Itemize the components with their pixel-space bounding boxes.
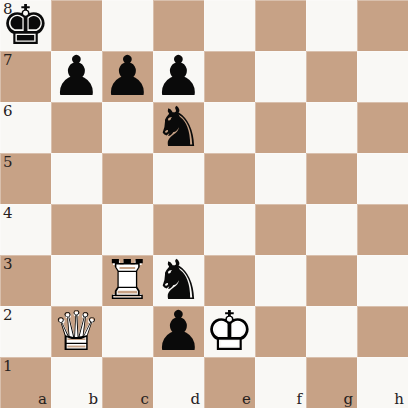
piece-black-pawn[interactable]: ♟ [51, 51, 102, 102]
square-a3[interactable]: 3 [0, 255, 51, 306]
square-g5[interactable] [306, 153, 357, 204]
square-g3[interactable] [306, 255, 357, 306]
square-d6[interactable]: ♞ [153, 102, 204, 153]
square-h2[interactable] [357, 306, 408, 357]
rank-label-2: 2 [3, 308, 13, 323]
square-f7[interactable] [255, 51, 306, 102]
square-b2[interactable]: ♛♕ [51, 306, 102, 357]
square-c6[interactable] [102, 102, 153, 153]
square-f8[interactable] [255, 0, 306, 51]
square-e4[interactable] [204, 204, 255, 255]
square-b1[interactable]: b [51, 357, 102, 408]
square-e8[interactable] [204, 0, 255, 51]
piece-white-outline-layer: ♖ [102, 255, 153, 306]
file-label-b: b [88, 392, 98, 407]
square-e7[interactable] [204, 51, 255, 102]
piece-white-rook[interactable]: ♜♖ [102, 255, 153, 306]
square-a8[interactable]: 8♚ [0, 0, 51, 51]
chess-board: 8♚7♟♟♟6♞543♜♖♞2♛♕♟♚♔1abcdefgh [0, 0, 408, 408]
piece-black-pawn[interactable]: ♟ [102, 51, 153, 102]
square-b7[interactable]: ♟ [51, 51, 102, 102]
square-a1[interactable]: 1a [0, 357, 51, 408]
piece-white-outline-layer: ♔ [204, 306, 255, 357]
square-b4[interactable] [51, 204, 102, 255]
square-g7[interactable] [306, 51, 357, 102]
square-f5[interactable] [255, 153, 306, 204]
square-c7[interactable]: ♟ [102, 51, 153, 102]
square-b5[interactable] [51, 153, 102, 204]
rank-label-4: 4 [3, 206, 13, 221]
square-g4[interactable] [306, 204, 357, 255]
file-label-f: f [296, 392, 302, 407]
file-label-e: e [242, 392, 251, 407]
file-label-c: c [141, 392, 149, 407]
square-h3[interactable] [357, 255, 408, 306]
square-h6[interactable] [357, 102, 408, 153]
piece-black-knight[interactable]: ♞ [153, 102, 204, 153]
square-g2[interactable] [306, 306, 357, 357]
square-h1[interactable]: h [357, 357, 408, 408]
rank-label-6: 6 [3, 104, 13, 119]
file-label-d: d [190, 392, 200, 407]
square-f6[interactable] [255, 102, 306, 153]
piece-white-queen[interactable]: ♛♕ [51, 306, 102, 357]
square-h7[interactable] [357, 51, 408, 102]
square-g8[interactable] [306, 0, 357, 51]
square-f4[interactable] [255, 204, 306, 255]
square-e1[interactable]: e [204, 357, 255, 408]
square-d1[interactable]: d [153, 357, 204, 408]
square-c3[interactable]: ♜♖ [102, 255, 153, 306]
square-d2[interactable]: ♟ [153, 306, 204, 357]
square-a4[interactable]: 4 [0, 204, 51, 255]
square-g6[interactable] [306, 102, 357, 153]
square-a7[interactable]: 7 [0, 51, 51, 102]
rank-label-3: 3 [3, 257, 13, 272]
rank-label-5: 5 [3, 155, 13, 170]
file-label-g: g [343, 392, 353, 407]
square-d5[interactable] [153, 153, 204, 204]
piece-white-king[interactable]: ♚♔ [204, 306, 255, 357]
square-h5[interactable] [357, 153, 408, 204]
piece-white-outline-layer: ♕ [51, 306, 102, 357]
square-h8[interactable] [357, 0, 408, 51]
square-c5[interactable] [102, 153, 153, 204]
file-label-a: a [38, 392, 47, 407]
square-e2[interactable]: ♚♔ [204, 306, 255, 357]
square-h4[interactable] [357, 204, 408, 255]
square-a5[interactable]: 5 [0, 153, 51, 204]
rank-label-7: 7 [3, 53, 13, 68]
square-g1[interactable]: g [306, 357, 357, 408]
square-f2[interactable] [255, 306, 306, 357]
square-c1[interactable]: c [102, 357, 153, 408]
square-e5[interactable] [204, 153, 255, 204]
rank-label-1: 1 [3, 359, 13, 374]
file-label-h: h [394, 392, 404, 407]
piece-black-pawn[interactable]: ♟ [153, 306, 204, 357]
square-a2[interactable]: 2 [0, 306, 51, 357]
square-f3[interactable] [255, 255, 306, 306]
square-a6[interactable]: 6 [0, 102, 51, 153]
square-e6[interactable] [204, 102, 255, 153]
square-c2[interactable] [102, 306, 153, 357]
piece-black-king[interactable]: ♚ [0, 0, 51, 51]
square-f1[interactable]: f [255, 357, 306, 408]
square-b6[interactable] [51, 102, 102, 153]
